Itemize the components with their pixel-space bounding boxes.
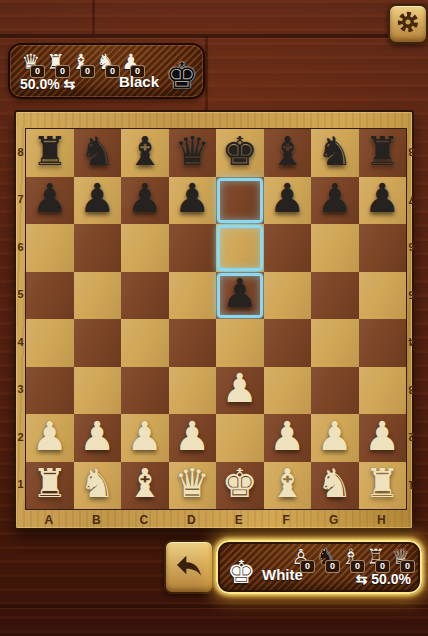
piece-white-pawn-b2[interactable]: ♟ (74, 413, 122, 460)
piece-black-rook-a8[interactable]: ♜ (26, 128, 74, 175)
wood-plank-line (0, 34, 428, 38)
piece-black-bishop-c8[interactable]: ♝ (121, 128, 169, 175)
white-queen-icon: ♛0 (20, 50, 42, 77)
square-d1[interactable]: ♛ (169, 462, 217, 510)
square-f8[interactable]: ♝ (264, 129, 312, 177)
piece-black-pawn-e5[interactable]: ♟ (216, 270, 264, 317)
square-e2[interactable] (216, 414, 264, 462)
piece-black-knight-b8[interactable]: ♞ (74, 128, 122, 175)
captured-count-badge: 0 (300, 560, 315, 573)
black-player-panel: ♛0♜0♝0♞0♟0 50.0% ⇆ Black ♚ (8, 43, 205, 99)
file-label-C: C (120, 509, 168, 530)
piece-white-knight-g1[interactable]: ♞ (311, 460, 359, 507)
square-h1[interactable]: ♜ (359, 462, 407, 510)
file-label-H: H (358, 509, 406, 530)
square-c7[interactable]: ♟ (121, 177, 169, 225)
square-g3[interactable] (311, 367, 359, 415)
piece-black-pawn-b7[interactable]: ♟ (74, 175, 122, 222)
square-f2[interactable]: ♟ (264, 414, 312, 462)
file-label-E: E (215, 509, 263, 530)
square-f1[interactable]: ♝ (264, 462, 312, 510)
square-c3[interactable] (121, 367, 169, 415)
square-a2[interactable]: ♟ (26, 414, 74, 462)
square-e6[interactable] (216, 224, 264, 272)
square-h8[interactable]: ♜ (359, 129, 407, 177)
square-b5[interactable] (74, 272, 122, 320)
square-c4[interactable] (121, 319, 169, 367)
rank-label-left-6: 6 (16, 223, 25, 271)
square-d5[interactable] (169, 272, 217, 320)
square-e5[interactable]: ♟ (216, 272, 264, 320)
square-h7[interactable]: ♟ (359, 177, 407, 225)
rank-label-left-8: 8 (16, 128, 25, 176)
app-background: ♛0♜0♝0♞0♟0 50.0% ⇆ Black ♚ 87654321 8765… (0, 0, 428, 636)
white-bishop-icon: ♝0 (70, 50, 92, 77)
white-king-icon: ♚ (227, 554, 256, 590)
file-labels-bottom: ABCDEFGH (25, 509, 405, 530)
rank-label-left-2: 2 (16, 413, 25, 461)
rank-label-right-2: 2 (407, 413, 416, 461)
square-a8[interactable]: ♜ (26, 129, 74, 177)
square-e3[interactable]: ♟ (216, 367, 264, 415)
rank-label-right-3: 3 (407, 366, 416, 414)
black-player-label: Black (119, 73, 159, 90)
piece-white-rook-a1[interactable]: ♜ (26, 460, 74, 507)
square-a1[interactable]: ♜ (26, 462, 74, 510)
white-knight-icon: ♞0 (95, 50, 117, 77)
piece-white-bishop-f1[interactable]: ♝ (264, 460, 312, 507)
rank-labels-right: 87654321 (407, 128, 416, 508)
piece-black-king-e8[interactable]: ♚ (216, 128, 264, 175)
rank-label-left-3: 3 (16, 366, 25, 414)
piece-white-queen-d1[interactable]: ♛ (169, 460, 217, 507)
square-b4[interactable] (74, 319, 122, 367)
square-e8[interactable]: ♚ (216, 129, 264, 177)
square-c1[interactable]: ♝ (121, 462, 169, 510)
white-rook-icon: ♜0 (45, 50, 67, 77)
file-label-B: B (73, 509, 121, 530)
piece-white-rook-h1[interactable]: ♜ (359, 460, 407, 507)
captured-count-badge: 0 (105, 65, 120, 78)
rank-label-right-7: 7 (407, 176, 416, 224)
square-a5[interactable] (26, 272, 74, 320)
piece-black-bishop-f8[interactable]: ♝ (264, 128, 312, 175)
rank-label-left-5: 5 (16, 271, 25, 319)
square-h3[interactable] (359, 367, 407, 415)
square-c2[interactable]: ♟ (121, 414, 169, 462)
piece-black-knight-g8[interactable]: ♞ (311, 128, 359, 175)
square-h5[interactable] (359, 272, 407, 320)
square-g4[interactable] (311, 319, 359, 367)
rank-label-right-5: 5 (407, 271, 416, 319)
square-d3[interactable] (169, 367, 217, 415)
black-rook-icon: ♖0 (365, 545, 387, 572)
square-a7[interactable]: ♟ (26, 177, 74, 225)
wood-plank-seam (92, 0, 95, 34)
square-b6[interactable] (74, 224, 122, 272)
rank-label-right-1: 1 (407, 461, 416, 509)
piece-white-pawn-c2[interactable]: ♟ (121, 413, 169, 460)
square-b7[interactable]: ♟ (74, 177, 122, 225)
square-g1[interactable]: ♞ (311, 462, 359, 510)
board-grid: ♜♞♝♛♚♝♞♜♟♟♟♟♟♟♟♟♟♟♟♟♟♟♟♟♜♞♝♛♚♝♞♜ (25, 128, 407, 510)
square-b3[interactable] (74, 367, 122, 415)
settings-button[interactable] (388, 4, 428, 44)
square-g2[interactable]: ♟ (311, 414, 359, 462)
rank-label-left-7: 7 (16, 176, 25, 224)
white-captured-row: ♙0♞0♗0♖0♕0 (290, 545, 412, 572)
swap-arrows-icon: ⇆ (356, 571, 368, 587)
piece-black-rook-h8[interactable]: ♜ (359, 128, 407, 175)
square-d2[interactable]: ♟ (169, 414, 217, 462)
file-label-D: D (168, 509, 216, 530)
wood-plank-seam (205, 36, 208, 110)
file-label-A: A (25, 509, 73, 530)
piece-black-queen-d8[interactable]: ♛ (169, 128, 217, 175)
square-e1[interactable]: ♚ (216, 462, 264, 510)
piece-black-pawn-c7[interactable]: ♟ (121, 175, 169, 222)
square-f3[interactable] (264, 367, 312, 415)
square-d4[interactable] (169, 319, 217, 367)
square-d7[interactable]: ♟ (169, 177, 217, 225)
undo-button[interactable] (164, 540, 214, 594)
piece-black-pawn-h7[interactable]: ♟ (359, 175, 407, 222)
square-f6[interactable] (264, 224, 312, 272)
rank-label-right-4: 4 (407, 318, 416, 366)
square-b8[interactable]: ♞ (74, 129, 122, 177)
piece-white-king-e1[interactable]: ♚ (216, 460, 264, 507)
square-c5[interactable] (121, 272, 169, 320)
black-pawn-icon: ♙0 (290, 545, 312, 572)
square-f7[interactable]: ♟ (264, 177, 312, 225)
square-a4[interactable] (26, 319, 74, 367)
rank-label-left-4: 4 (16, 318, 25, 366)
piece-white-pawn-a2[interactable]: ♟ (26, 413, 74, 460)
square-f5[interactable] (264, 272, 312, 320)
piece-white-pawn-g2[interactable]: ♟ (311, 413, 359, 460)
black-win-rate: 50.0% ⇆ (20, 76, 75, 92)
square-c8[interactable]: ♝ (121, 129, 169, 177)
piece-white-pawn-d2[interactable]: ♟ (169, 413, 217, 460)
gear-icon (394, 8, 422, 40)
square-c6[interactable] (121, 224, 169, 272)
undo-arrow-icon (173, 549, 205, 585)
piece-black-pawn-d7[interactable]: ♟ (169, 175, 217, 222)
piece-black-pawn-f7[interactable]: ♟ (264, 175, 312, 222)
file-label-F: F (263, 509, 311, 530)
chess-board: 87654321 87654321 ABCDEFGH ♜♞♝♛♚♝♞♜♟♟♟♟♟… (14, 110, 414, 530)
square-b1[interactable]: ♞ (74, 462, 122, 510)
square-g5[interactable] (311, 272, 359, 320)
square-g6[interactable] (311, 224, 359, 272)
square-h2[interactable]: ♟ (359, 414, 407, 462)
square-g7[interactable]: ♟ (311, 177, 359, 225)
piece-black-pawn-a7[interactable]: ♟ (26, 175, 74, 222)
rank-label-right-8: 8 (407, 128, 416, 176)
white-player-panel: ♚ White ♙0♞0♗0♖0♕0 ⇆ 50.0% (216, 540, 422, 594)
square-e4[interactable] (216, 319, 264, 367)
black-king-icon: ♚ (166, 56, 198, 96)
piece-white-bishop-c1[interactable]: ♝ (121, 460, 169, 507)
rank-label-left-1: 1 (16, 461, 25, 509)
wood-plank-line (0, 604, 428, 608)
black-bishop-icon: ♗0 (340, 545, 362, 572)
square-a6[interactable] (26, 224, 74, 272)
black-knight-icon: ♞0 (315, 545, 337, 572)
rank-labels-left: 87654321 (16, 128, 25, 508)
piece-white-pawn-f2[interactable]: ♟ (264, 413, 312, 460)
white-win-rate: ⇆ 50.0% (356, 571, 411, 587)
square-h4[interactable] (359, 319, 407, 367)
square-d6[interactable] (169, 224, 217, 272)
piece-white-knight-b1[interactable]: ♞ (74, 460, 122, 507)
piece-white-pawn-h2[interactable]: ♟ (359, 413, 407, 460)
rank-label-right-6: 6 (407, 223, 416, 271)
square-b2[interactable]: ♟ (74, 414, 122, 462)
square-g8[interactable]: ♞ (311, 129, 359, 177)
square-h6[interactable] (359, 224, 407, 272)
black-queen-icon: ♕0 (390, 545, 412, 572)
captured-count-badge: 0 (325, 560, 340, 573)
swap-arrows-icon: ⇆ (64, 76, 76, 92)
square-f4[interactable] (264, 319, 312, 367)
file-label-G: G (310, 509, 358, 530)
square-d8[interactable]: ♛ (169, 129, 217, 177)
piece-black-pawn-g7[interactable]: ♟ (311, 175, 359, 222)
captured-count-badge: 0 (80, 65, 95, 78)
square-a3[interactable] (26, 367, 74, 415)
piece-white-pawn-e3[interactable]: ♟ (216, 365, 264, 412)
square-e7[interactable] (216, 177, 264, 225)
